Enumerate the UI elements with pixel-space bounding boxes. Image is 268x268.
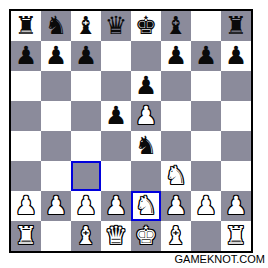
white-pawn: ♟ xyxy=(135,101,157,131)
site-watermark: GAMEKNOT.COM xyxy=(175,253,265,265)
square-g7[interactable]: ♟ xyxy=(191,41,221,71)
square-h3[interactable] xyxy=(221,161,251,191)
square-a8[interactable]: ♜ xyxy=(11,11,41,41)
square-f7[interactable]: ♟ xyxy=(161,41,191,71)
square-a6[interactable] xyxy=(11,71,41,101)
square-a2[interactable]: ♟ xyxy=(11,191,41,221)
black-pawn: ♟ xyxy=(225,41,247,71)
square-e8[interactable]: ♚ xyxy=(131,11,161,41)
square-a4[interactable] xyxy=(11,131,41,161)
square-b5[interactable] xyxy=(41,101,71,131)
square-f4[interactable] xyxy=(161,131,191,161)
square-g1[interactable] xyxy=(191,221,221,251)
square-h6[interactable] xyxy=(221,71,251,101)
white-pawn: ♟ xyxy=(15,191,37,221)
white-pawn: ♟ xyxy=(165,191,187,221)
square-a1[interactable]: ♜ xyxy=(11,221,41,251)
black-king: ♚ xyxy=(135,11,157,41)
black-pawn: ♟ xyxy=(165,41,187,71)
square-c7[interactable]: ♟ xyxy=(71,41,101,71)
square-d5[interactable]: ♟ xyxy=(101,101,131,131)
square-a5[interactable] xyxy=(11,101,41,131)
black-pawn: ♟ xyxy=(75,41,97,71)
square-e2[interactable]: ♞ xyxy=(131,191,161,221)
chess-board: ♜♞♝♛♚♝♜♟♟♟♟♟♟♟♟♟♞♞♟♟♟♟♞♟♟♟♜♝♛♚♝♜ xyxy=(9,9,253,253)
square-e4[interactable]: ♞ xyxy=(131,131,161,161)
square-g3[interactable] xyxy=(191,161,221,191)
square-b3[interactable] xyxy=(41,161,71,191)
square-h1[interactable]: ♜ xyxy=(221,221,251,251)
square-d2[interactable]: ♟ xyxy=(101,191,131,221)
square-c6[interactable] xyxy=(71,71,101,101)
black-pawn: ♟ xyxy=(15,41,37,71)
black-knight: ♞ xyxy=(135,131,157,161)
black-pawn: ♟ xyxy=(45,41,67,71)
white-knight: ♞ xyxy=(165,161,187,191)
square-h4[interactable] xyxy=(221,131,251,161)
white-king: ♚ xyxy=(135,221,157,251)
square-c5[interactable] xyxy=(71,101,101,131)
square-e6[interactable]: ♟ xyxy=(131,71,161,101)
white-rook: ♜ xyxy=(15,221,37,251)
square-f2[interactable]: ♟ xyxy=(161,191,191,221)
square-c2[interactable]: ♟ xyxy=(71,191,101,221)
square-b1[interactable] xyxy=(41,221,71,251)
square-d8[interactable]: ♛ xyxy=(101,11,131,41)
white-pawn: ♟ xyxy=(225,191,247,221)
square-c8[interactable]: ♝ xyxy=(71,11,101,41)
square-d7[interactable] xyxy=(101,41,131,71)
square-f3[interactable]: ♞ xyxy=(161,161,191,191)
square-f6[interactable] xyxy=(161,71,191,101)
square-e7[interactable] xyxy=(131,41,161,71)
black-pawn: ♟ xyxy=(195,41,217,71)
square-a7[interactable]: ♟ xyxy=(11,41,41,71)
square-h7[interactable]: ♟ xyxy=(221,41,251,71)
square-g6[interactable] xyxy=(191,71,221,101)
square-d6[interactable] xyxy=(101,71,131,101)
square-d1[interactable]: ♛ xyxy=(101,221,131,251)
square-h5[interactable] xyxy=(221,101,251,131)
square-b2[interactable]: ♟ xyxy=(41,191,71,221)
square-h2[interactable]: ♟ xyxy=(221,191,251,221)
square-e5[interactable]: ♟ xyxy=(131,101,161,131)
square-d3[interactable] xyxy=(101,161,131,191)
square-g2[interactable]: ♟ xyxy=(191,191,221,221)
black-rook: ♜ xyxy=(225,11,247,41)
square-g8[interactable] xyxy=(191,11,221,41)
square-e3[interactable] xyxy=(131,161,161,191)
white-pawn: ♟ xyxy=(75,191,97,221)
black-bishop: ♝ xyxy=(165,11,187,41)
black-pawn: ♟ xyxy=(105,101,127,131)
square-g5[interactable] xyxy=(191,101,221,131)
black-knight: ♞ xyxy=(45,11,67,41)
square-b8[interactable]: ♞ xyxy=(41,11,71,41)
square-c1[interactable]: ♝ xyxy=(71,221,101,251)
square-f8[interactable]: ♝ xyxy=(161,11,191,41)
white-bishop: ♝ xyxy=(75,221,97,251)
square-b6[interactable] xyxy=(41,71,71,101)
white-pawn: ♟ xyxy=(45,191,67,221)
square-f1[interactable]: ♝ xyxy=(161,221,191,251)
black-rook: ♜ xyxy=(15,11,37,41)
square-b4[interactable] xyxy=(41,131,71,161)
square-c4[interactable] xyxy=(71,131,101,161)
white-bishop: ♝ xyxy=(165,221,187,251)
square-e1[interactable]: ♚ xyxy=(131,221,161,251)
white-rook: ♜ xyxy=(225,221,247,251)
black-pawn: ♟ xyxy=(135,71,157,101)
white-knight: ♞ xyxy=(135,191,157,221)
square-f5[interactable] xyxy=(161,101,191,131)
black-bishop: ♝ xyxy=(75,11,97,41)
white-queen: ♛ xyxy=(105,221,127,251)
square-g4[interactable] xyxy=(191,131,221,161)
square-d4[interactable] xyxy=(101,131,131,161)
square-a3[interactable] xyxy=(11,161,41,191)
square-h8[interactable]: ♜ xyxy=(221,11,251,41)
black-queen: ♛ xyxy=(105,11,127,41)
white-pawn: ♟ xyxy=(105,191,127,221)
square-b7[interactable]: ♟ xyxy=(41,41,71,71)
white-pawn: ♟ xyxy=(195,191,217,221)
square-c3[interactable] xyxy=(71,161,101,191)
